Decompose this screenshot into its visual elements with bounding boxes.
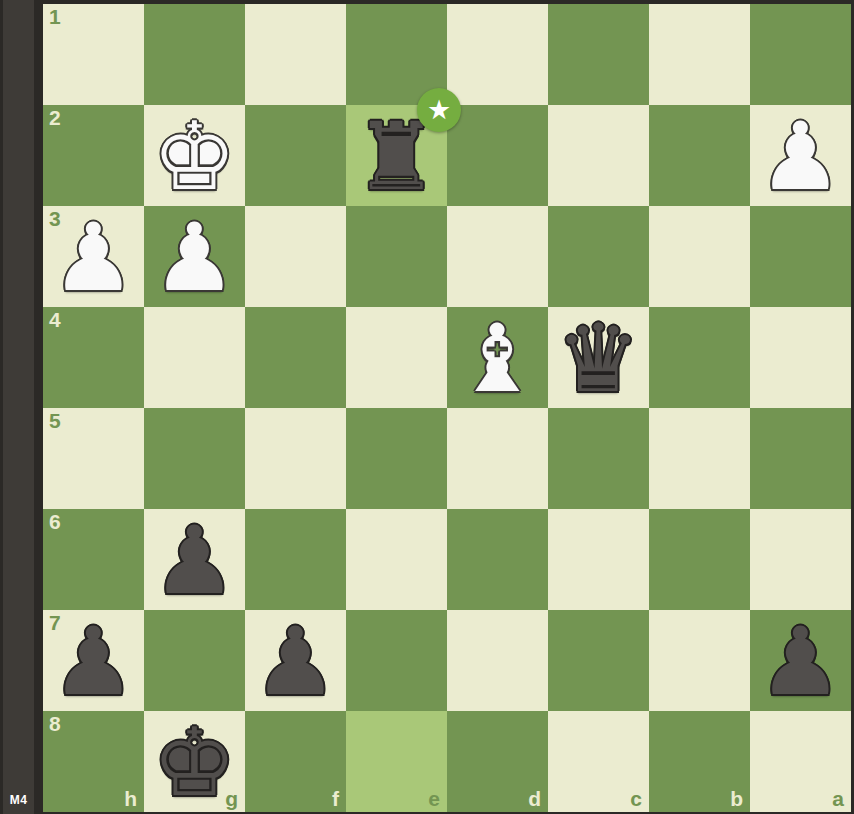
square-g1[interactable] <box>144 4 245 105</box>
piece-black-pawn[interactable]: ♟ <box>758 615 842 709</box>
square-d4[interactable]: ♝ <box>447 307 548 408</box>
square-b6[interactable] <box>649 509 750 610</box>
square-a2[interactable]: ♟ <box>750 105 851 206</box>
piece-white-pawn[interactable]: ♟ <box>51 211 135 305</box>
square-c4[interactable]: ♛ <box>548 307 649 408</box>
square-c7[interactable] <box>548 610 649 711</box>
square-a4[interactable] <box>750 307 851 408</box>
piece-white-pawn[interactable]: ♟ <box>152 211 236 305</box>
square-g6[interactable]: ♟ <box>144 509 245 610</box>
file-label-b: b <box>730 788 743 809</box>
square-b2[interactable] <box>649 105 750 206</box>
chess-board: ★ 12♚♜♟3♟♟4♝♛56♟7♟♟♟8hg♚fedcba <box>43 4 851 812</box>
square-c3[interactable] <box>548 206 649 307</box>
square-f8[interactable]: f <box>245 711 346 812</box>
best-move-badge-icon: ★ <box>417 88 461 132</box>
square-h5[interactable]: 5 <box>43 408 144 509</box>
square-f6[interactable] <box>245 509 346 610</box>
rank-label-8: 8 <box>49 713 61 734</box>
square-g5[interactable] <box>144 408 245 509</box>
square-e7[interactable] <box>346 610 447 711</box>
square-b7[interactable] <box>649 610 750 711</box>
piece-white-king[interactable]: ♚ <box>152 110 236 204</box>
square-f3[interactable] <box>245 206 346 307</box>
square-g4[interactable] <box>144 307 245 408</box>
square-h2[interactable]: 2 <box>43 105 144 206</box>
rank-label-6: 6 <box>49 511 61 532</box>
evaluation-bar: M4 <box>3 0 34 814</box>
piece-black-king[interactable]: ♚ <box>152 716 236 810</box>
square-d2[interactable] <box>447 105 548 206</box>
square-d5[interactable] <box>447 408 548 509</box>
square-f7[interactable]: ♟ <box>245 610 346 711</box>
square-c1[interactable] <box>548 4 649 105</box>
rank-label-4: 4 <box>49 309 61 330</box>
rank-label-5: 5 <box>49 410 61 431</box>
square-a5[interactable] <box>750 408 851 509</box>
file-label-e: e <box>428 788 440 809</box>
piece-black-queen[interactable]: ♛ <box>556 312 640 406</box>
square-b8[interactable]: b <box>649 711 750 812</box>
square-g3[interactable]: ♟ <box>144 206 245 307</box>
square-e3[interactable] <box>346 206 447 307</box>
square-e6[interactable] <box>346 509 447 610</box>
square-e5[interactable] <box>346 408 447 509</box>
square-c6[interactable] <box>548 509 649 610</box>
square-f5[interactable] <box>245 408 346 509</box>
square-g7[interactable] <box>144 610 245 711</box>
square-h8[interactable]: 8h <box>43 711 144 812</box>
square-a8[interactable]: a <box>750 711 851 812</box>
square-b4[interactable] <box>649 307 750 408</box>
square-h4[interactable]: 4 <box>43 307 144 408</box>
piece-black-pawn[interactable]: ♟ <box>152 514 236 608</box>
piece-white-bishop[interactable]: ♝ <box>455 312 539 406</box>
square-h3[interactable]: 3♟ <box>43 206 144 307</box>
square-d3[interactable] <box>447 206 548 307</box>
square-f2[interactable] <box>245 105 346 206</box>
square-e8[interactable]: e <box>346 711 447 812</box>
square-a7[interactable]: ♟ <box>750 610 851 711</box>
square-d6[interactable] <box>447 509 548 610</box>
square-g2[interactable]: ♚ <box>144 105 245 206</box>
square-a1[interactable] <box>750 4 851 105</box>
evaluation-label: M4 <box>10 793 28 814</box>
square-f1[interactable] <box>245 4 346 105</box>
square-h1[interactable]: 1 <box>43 4 144 105</box>
square-g8[interactable]: g♚ <box>144 711 245 812</box>
square-b3[interactable] <box>649 206 750 307</box>
square-b5[interactable] <box>649 408 750 509</box>
square-h7[interactable]: 7♟ <box>43 610 144 711</box>
rank-label-1: 1 <box>49 6 61 27</box>
square-c8[interactable]: c <box>548 711 649 812</box>
rank-label-2: 2 <box>49 107 61 128</box>
square-a6[interactable] <box>750 509 851 610</box>
file-label-d: d <box>528 788 541 809</box>
square-e4[interactable] <box>346 307 447 408</box>
square-d1[interactable] <box>447 4 548 105</box>
square-d8[interactable]: d <box>447 711 548 812</box>
piece-white-pawn[interactable]: ♟ <box>758 110 842 204</box>
piece-black-pawn[interactable]: ♟ <box>51 615 135 709</box>
piece-black-pawn[interactable]: ♟ <box>253 615 337 709</box>
square-c2[interactable] <box>548 105 649 206</box>
square-b1[interactable] <box>649 4 750 105</box>
file-label-h: h <box>124 788 137 809</box>
file-label-f: f <box>332 788 339 809</box>
square-f4[interactable] <box>245 307 346 408</box>
file-label-a: a <box>832 788 844 809</box>
analysis-page: M4 ★ 12♚♜♟3♟♟4♝♛56♟7♟♟♟8hg♚fedcba <box>0 0 854 814</box>
file-label-c: c <box>630 788 642 809</box>
square-h6[interactable]: 6 <box>43 509 144 610</box>
square-c5[interactable] <box>548 408 649 509</box>
square-d7[interactable] <box>447 610 548 711</box>
square-a3[interactable] <box>750 206 851 307</box>
